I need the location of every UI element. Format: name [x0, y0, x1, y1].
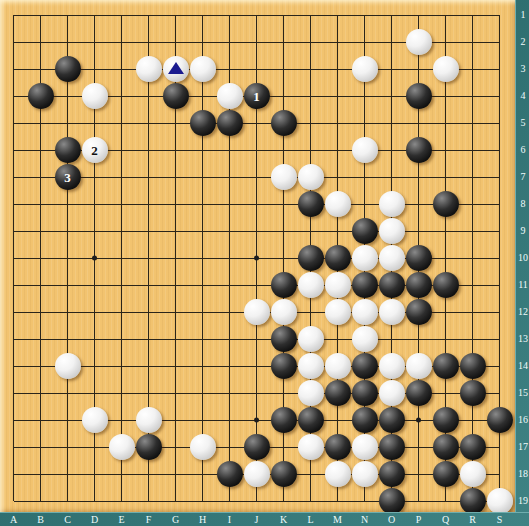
row-label: 11 — [516, 278, 529, 292]
stone-white[interactable] — [352, 299, 378, 325]
stone-white[interactable] — [325, 272, 351, 298]
stone-black[interactable] — [55, 137, 81, 163]
stone-white[interactable] — [379, 191, 405, 217]
go-board-window: 123 12345678910111213141516171819 ABCDEF… — [0, 0, 529, 526]
stone-black[interactable] — [352, 407, 378, 433]
stone-black[interactable] — [136, 434, 162, 460]
stone-black[interactable] — [406, 299, 432, 325]
stone-white[interactable] — [298, 434, 324, 460]
stone-black[interactable] — [352, 218, 378, 244]
stone-black[interactable] — [352, 272, 378, 298]
col-label: S — [492, 513, 508, 526]
stone-white[interactable] — [460, 461, 486, 487]
stone-white[interactable] — [82, 407, 108, 433]
move-number-label: 3 — [64, 171, 71, 184]
stone-black[interactable] — [460, 380, 486, 406]
row-coordinates-strip: 12345678910111213141516171819 — [515, 0, 529, 526]
row-label: 15 — [516, 386, 529, 400]
row-label: 13 — [516, 332, 529, 346]
col-label: I — [222, 513, 238, 526]
stone-white[interactable] — [406, 29, 432, 55]
col-label: K — [276, 513, 292, 526]
col-label: R — [465, 513, 481, 526]
stone-white[interactable] — [298, 164, 324, 190]
row-label: 5 — [516, 116, 529, 130]
stone-black[interactable] — [379, 434, 405, 460]
stone-black[interactable]: 1 — [244, 83, 270, 109]
stone-white[interactable] — [298, 353, 324, 379]
stone-black[interactable] — [271, 272, 297, 298]
stone-black[interactable] — [487, 407, 513, 433]
stone-black[interactable] — [217, 110, 243, 136]
stone-black[interactable] — [271, 353, 297, 379]
stone-black[interactable] — [298, 245, 324, 271]
stone-white[interactable] — [379, 380, 405, 406]
stone-black[interactable] — [379, 488, 405, 514]
stone-black[interactable] — [460, 353, 486, 379]
stone-white[interactable] — [136, 56, 162, 82]
col-label: C — [60, 513, 76, 526]
col-label: J — [249, 513, 265, 526]
stone-black[interactable] — [406, 83, 432, 109]
stone-black[interactable] — [352, 353, 378, 379]
go-board[interactable]: 123 — [0, 0, 515, 512]
stone-white[interactable] — [271, 299, 297, 325]
col-coordinates-strip: ABCDEFGHIJKLMNOPQRS — [0, 512, 529, 526]
triangle-marker — [168, 62, 184, 74]
stone-white[interactable] — [217, 83, 243, 109]
col-label: Q — [438, 513, 454, 526]
col-label: N — [357, 513, 373, 526]
stone-white[interactable] — [352, 245, 378, 271]
stone-white[interactable] — [298, 380, 324, 406]
stone-white[interactable] — [325, 191, 351, 217]
stone-black[interactable] — [433, 191, 459, 217]
row-label: 1 — [516, 8, 529, 22]
row-label: 17 — [516, 440, 529, 454]
move-number-label: 2 — [91, 144, 98, 157]
row-label: 8 — [516, 197, 529, 211]
stone-white[interactable] — [298, 326, 324, 352]
stone-black[interactable] — [379, 272, 405, 298]
stone-white[interactable] — [325, 299, 351, 325]
col-label: P — [411, 513, 427, 526]
stone-black[interactable] — [460, 488, 486, 514]
stone-white[interactable] — [352, 461, 378, 487]
stone-black[interactable] — [271, 407, 297, 433]
stone-white[interactable] — [271, 164, 297, 190]
row-label: 4 — [516, 89, 529, 103]
stone-black[interactable] — [433, 353, 459, 379]
stone-white[interactable] — [379, 353, 405, 379]
stone-black[interactable] — [379, 461, 405, 487]
stone-white[interactable] — [406, 353, 432, 379]
stone-white[interactable] — [352, 326, 378, 352]
col-label: L — [303, 513, 319, 526]
row-label: 19 — [516, 494, 529, 508]
stone-black[interactable] — [55, 56, 81, 82]
stone-white[interactable] — [379, 218, 405, 244]
stone-black[interactable] — [163, 83, 189, 109]
row-label: 9 — [516, 224, 529, 238]
stone-white[interactable] — [190, 434, 216, 460]
stone-black[interactable] — [298, 191, 324, 217]
col-label: G — [168, 513, 184, 526]
stone-white[interactable] — [352, 137, 378, 163]
row-label: 2 — [516, 35, 529, 49]
stone-white[interactable] — [352, 434, 378, 460]
row-label: 12 — [516, 305, 529, 319]
stone-black[interactable] — [325, 434, 351, 460]
stone-white[interactable] — [487, 488, 513, 514]
stone-white[interactable] — [325, 461, 351, 487]
stone-black[interactable] — [406, 137, 432, 163]
col-label: M — [330, 513, 346, 526]
stone-black[interactable] — [433, 407, 459, 433]
col-label: D — [87, 513, 103, 526]
stone-black[interactable] — [433, 434, 459, 460]
stone-black[interactable] — [406, 272, 432, 298]
col-label: O — [384, 513, 400, 526]
row-label: 3 — [516, 62, 529, 76]
stone-white[interactable] — [244, 299, 270, 325]
row-label: 6 — [516, 143, 529, 157]
col-label: F — [141, 513, 157, 526]
stone-black[interactable] — [406, 245, 432, 271]
row-label: 16 — [516, 413, 529, 427]
stone-white[interactable] — [352, 56, 378, 82]
stone-white[interactable] — [379, 245, 405, 271]
stone-black[interactable] — [271, 326, 297, 352]
stone-black[interactable] — [28, 83, 54, 109]
stone-white[interactable] — [325, 353, 351, 379]
stone-black[interactable] — [325, 245, 351, 271]
col-label: E — [114, 513, 130, 526]
stone-black[interactable] — [406, 380, 432, 406]
row-label: 18 — [516, 467, 529, 481]
stone-black[interactable] — [352, 380, 378, 406]
stone-white[interactable]: 2 — [82, 137, 108, 163]
stone-white[interactable] — [379, 299, 405, 325]
stone-black[interactable] — [379, 407, 405, 433]
stone-black[interactable] — [460, 434, 486, 460]
stone-white[interactable] — [82, 83, 108, 109]
stone-white[interactable] — [298, 272, 324, 298]
stone-white[interactable] — [433, 56, 459, 82]
stone-black[interactable] — [217, 461, 243, 487]
col-label: A — [6, 513, 22, 526]
stone-black[interactable] — [271, 461, 297, 487]
stone-white[interactable] — [136, 407, 162, 433]
stone-black[interactable] — [298, 407, 324, 433]
stone-black[interactable] — [244, 434, 270, 460]
stone-black[interactable] — [190, 110, 216, 136]
stone-black[interactable] — [271, 110, 297, 136]
stone-black[interactable] — [433, 461, 459, 487]
stone-white[interactable] — [244, 461, 270, 487]
stone-white[interactable] — [190, 56, 216, 82]
row-label: 7 — [516, 170, 529, 184]
row-label: 14 — [516, 359, 529, 373]
col-label: H — [195, 513, 211, 526]
move-number-label: 1 — [253, 90, 260, 103]
stone-black[interactable] — [325, 380, 351, 406]
col-label: B — [33, 513, 49, 526]
stone-white[interactable] — [109, 434, 135, 460]
row-label: 10 — [516, 251, 529, 265]
stone-white[interactable] — [163, 56, 189, 82]
stone-black[interactable]: 3 — [55, 164, 81, 190]
stone-white[interactable] — [55, 353, 81, 379]
stone-black[interactable] — [433, 272, 459, 298]
